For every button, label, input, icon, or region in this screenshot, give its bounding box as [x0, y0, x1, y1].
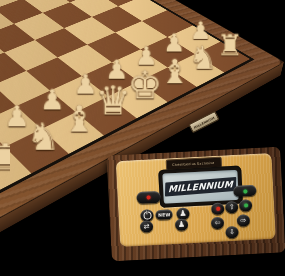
clear-button[interactable] — [211, 203, 225, 216]
enter-button[interactable] — [239, 199, 253, 212]
enter-green-dot-icon — [244, 203, 248, 207]
piece-white-knight-g1: ♞ — [177, 42, 229, 74]
left-arrow-button[interactable]: ⇦ — [211, 217, 225, 230]
piece-white-bishop-c1: ♝ — [50, 101, 108, 137]
up-arrow-icon: ⇧ — [229, 203, 235, 210]
up-arrow-button[interactable]: ⇧ — [225, 201, 239, 214]
new-game-button[interactable]: NEW — [155, 209, 173, 220]
move-pawn-icon: ♟ — [178, 221, 186, 229]
scene: ♜♞♝♛♚♝♞♜♟♟♟♟♟♟♟♟♟♟♟♟♟♟♟♟♜♞♝♛♚♝♞♜ MILLENN… — [0, 0, 285, 276]
down-arrow-button[interactable]: ⇩ — [225, 226, 239, 239]
power-icon — [143, 211, 151, 219]
red-action-button[interactable] — [136, 191, 161, 204]
right-arrow-button[interactable]: ⇨ — [237, 214, 251, 227]
device-faceplate: ChessGenius Exclusive MILLENNIUM NEW ♟ — [116, 153, 276, 247]
down-arrow-icon: ⇩ — [229, 229, 235, 236]
red-dot-icon — [146, 195, 150, 199]
chess-computer: ChessGenius Exclusive MILLENNIUM NEW ♟ — [106, 147, 285, 262]
piece-white-pawn-g2: ♟ — [149, 31, 199, 56]
piece-white-pawn-c2: ♟ — [24, 86, 80, 114]
new-game-label: NEW — [158, 212, 171, 218]
millennium-logo: MILLENNIUM — [165, 177, 236, 197]
green-dot-icon — [243, 189, 247, 193]
swap-arrows-icon: ⇄ — [143, 223, 149, 230]
piece-white-rook-a1: ♜ — [0, 140, 35, 176]
brand-plate-label: ChessGenius Exclusive — [173, 161, 216, 167]
move-button[interactable]: ♟ — [175, 218, 189, 231]
clear-red-dot-icon — [216, 207, 220, 211]
piece-white-queen-d1: ♛ — [85, 81, 141, 121]
left-arrow-icon: ⇦ — [214, 219, 220, 226]
right-arrow-icon: ⇨ — [240, 217, 246, 224]
swap-sides-button[interactable]: ⇄ — [140, 220, 154, 233]
piece-white-pawn-e2: ♟ — [90, 57, 143, 83]
pawn-icon: ♟ — [179, 210, 187, 218]
lcd-screen: MILLENNIUM — [162, 170, 238, 204]
green-action-button[interactable] — [233, 185, 257, 197]
